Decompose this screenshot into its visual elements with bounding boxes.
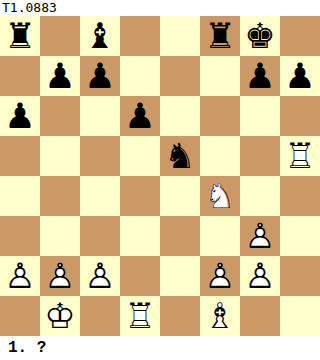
square-b3[interactable]: [40, 216, 80, 256]
square-f2[interactable]: ♟♙: [200, 256, 240, 296]
square-f5[interactable]: [200, 136, 240, 176]
white-bishop[interactable]: ♝♗: [200, 296, 240, 336]
black-pawn[interactable]: ♟: [40, 56, 80, 96]
piece-glyph: ♞: [160, 136, 200, 176]
square-c6[interactable]: [80, 96, 120, 136]
square-h3[interactable]: [280, 216, 320, 256]
square-b5[interactable]: [40, 136, 80, 176]
square-b6[interactable]: [40, 96, 80, 136]
square-e2[interactable]: [160, 256, 200, 296]
black-pawn[interactable]: ♟: [0, 96, 40, 136]
piece-outline: ♙: [40, 256, 80, 296]
white-pawn[interactable]: ♟♙: [40, 256, 80, 296]
piece-outline: ♗: [200, 296, 240, 336]
black-pawn[interactable]: ♟: [280, 56, 320, 96]
piece-outline: ♘: [200, 176, 240, 216]
square-e8[interactable]: [160, 16, 200, 56]
white-king[interactable]: ♚♔: [40, 296, 80, 336]
square-b1[interactable]: ♚♔: [40, 296, 80, 336]
piece-glyph: ♟: [0, 96, 40, 136]
piece-glyph: ♟: [280, 56, 320, 96]
piece-glyph: ♟: [40, 56, 80, 96]
puzzle-id: T1.0883: [2, 0, 57, 16]
piece-glyph: ♚: [240, 16, 280, 56]
square-f6[interactable]: [200, 96, 240, 136]
square-b4[interactable]: [40, 176, 80, 216]
square-b2[interactable]: ♟♙: [40, 256, 80, 296]
square-g4[interactable]: [240, 176, 280, 216]
square-f3[interactable]: [200, 216, 240, 256]
piece-glyph: ♟: [240, 56, 280, 96]
piece-outline: ♙: [240, 256, 280, 296]
square-f7[interactable]: [200, 56, 240, 96]
square-a1[interactable]: [0, 296, 40, 336]
black-rook[interactable]: ♜: [0, 16, 40, 56]
piece-glyph: ♟: [120, 96, 160, 136]
piece-outline: ♙: [80, 256, 120, 296]
black-pawn[interactable]: ♟: [240, 56, 280, 96]
chess-puzzle-page: T1.0883 ♜♝♜♚♟♟♟♟♟♟♞♜♖♞♘♟♙♟♙♟♙♟♙♟♙♟♙♚♔♜♖♝…: [0, 0, 320, 360]
square-c2[interactable]: ♟♙: [80, 256, 120, 296]
white-pawn[interactable]: ♟♙: [240, 216, 280, 256]
white-pawn[interactable]: ♟♙: [0, 256, 40, 296]
square-d6[interactable]: ♟: [120, 96, 160, 136]
piece-glyph: ♜: [200, 16, 240, 56]
piece-glyph: ♟: [80, 56, 120, 96]
square-c1[interactable]: [80, 296, 120, 336]
square-g2[interactable]: ♟♙: [240, 256, 280, 296]
black-bishop[interactable]: ♝: [80, 16, 120, 56]
square-b7[interactable]: ♟: [40, 56, 80, 96]
square-e3[interactable]: [160, 216, 200, 256]
square-d4[interactable]: [120, 176, 160, 216]
square-e1[interactable]: [160, 296, 200, 336]
white-pawn[interactable]: ♟♙: [240, 256, 280, 296]
piece-outline: ♖: [280, 136, 320, 176]
square-g5[interactable]: [240, 136, 280, 176]
square-c4[interactable]: [80, 176, 120, 216]
square-a5[interactable]: [0, 136, 40, 176]
square-a7[interactable]: [0, 56, 40, 96]
square-h1[interactable]: [280, 296, 320, 336]
black-knight[interactable]: ♞: [160, 136, 200, 176]
white-pawn[interactable]: ♟♙: [200, 256, 240, 296]
square-h2[interactable]: [280, 256, 320, 296]
move-prompt: 1. ?: [8, 336, 46, 360]
piece-glyph: ♜: [0, 16, 40, 56]
piece-outline: ♙: [240, 216, 280, 256]
piece-outline: ♙: [200, 256, 240, 296]
black-pawn[interactable]: ♟: [120, 96, 160, 136]
square-e7[interactable]: [160, 56, 200, 96]
chess-board[interactable]: ♜♝♜♚♟♟♟♟♟♟♞♜♖♞♘♟♙♟♙♟♙♟♙♟♙♟♙♚♔♜♖♝♗: [0, 16, 320, 336]
square-a8[interactable]: ♜: [0, 16, 40, 56]
square-c3[interactable]: [80, 216, 120, 256]
white-rook[interactable]: ♜♖: [280, 136, 320, 176]
square-h8[interactable]: [280, 16, 320, 56]
square-c8[interactable]: ♝: [80, 16, 120, 56]
black-rook[interactable]: ♜: [200, 16, 240, 56]
square-h6[interactable]: [280, 96, 320, 136]
square-h4[interactable]: [280, 176, 320, 216]
square-f4[interactable]: ♞♘: [200, 176, 240, 216]
square-g3[interactable]: ♟♙: [240, 216, 280, 256]
piece-outline: ♔: [40, 296, 80, 336]
piece-outline: ♙: [0, 256, 40, 296]
square-e5[interactable]: ♞: [160, 136, 200, 176]
square-a2[interactable]: ♟♙: [0, 256, 40, 296]
square-f8[interactable]: ♜: [200, 16, 240, 56]
square-e6[interactable]: [160, 96, 200, 136]
square-f1[interactable]: ♝♗: [200, 296, 240, 336]
white-pawn[interactable]: ♟♙: [80, 256, 120, 296]
square-c5[interactable]: [80, 136, 120, 176]
square-h5[interactable]: ♜♖: [280, 136, 320, 176]
square-d2[interactable]: [120, 256, 160, 296]
square-b8[interactable]: [40, 16, 80, 56]
square-d7[interactable]: [120, 56, 160, 96]
piece-outline: ♖: [120, 296, 160, 336]
white-knight[interactable]: ♞♘: [200, 176, 240, 216]
square-d3[interactable]: [120, 216, 160, 256]
square-d1[interactable]: ♜♖: [120, 296, 160, 336]
square-e4[interactable]: [160, 176, 200, 216]
square-g7[interactable]: ♟: [240, 56, 280, 96]
piece-glyph: ♝: [80, 16, 120, 56]
square-h7[interactable]: ♟: [280, 56, 320, 96]
square-a4[interactable]: [0, 176, 40, 216]
square-g1[interactable]: [240, 296, 280, 336]
square-g6[interactable]: [240, 96, 280, 136]
square-g8[interactable]: ♚: [240, 16, 280, 56]
white-rook[interactable]: ♜♖: [120, 296, 160, 336]
black-pawn[interactable]: ♟: [80, 56, 120, 96]
square-c7[interactable]: ♟: [80, 56, 120, 96]
square-a6[interactable]: ♟: [0, 96, 40, 136]
square-d8[interactable]: [120, 16, 160, 56]
square-a3[interactable]: [0, 216, 40, 256]
square-d5[interactable]: [120, 136, 160, 176]
black-king[interactable]: ♚: [240, 16, 280, 56]
